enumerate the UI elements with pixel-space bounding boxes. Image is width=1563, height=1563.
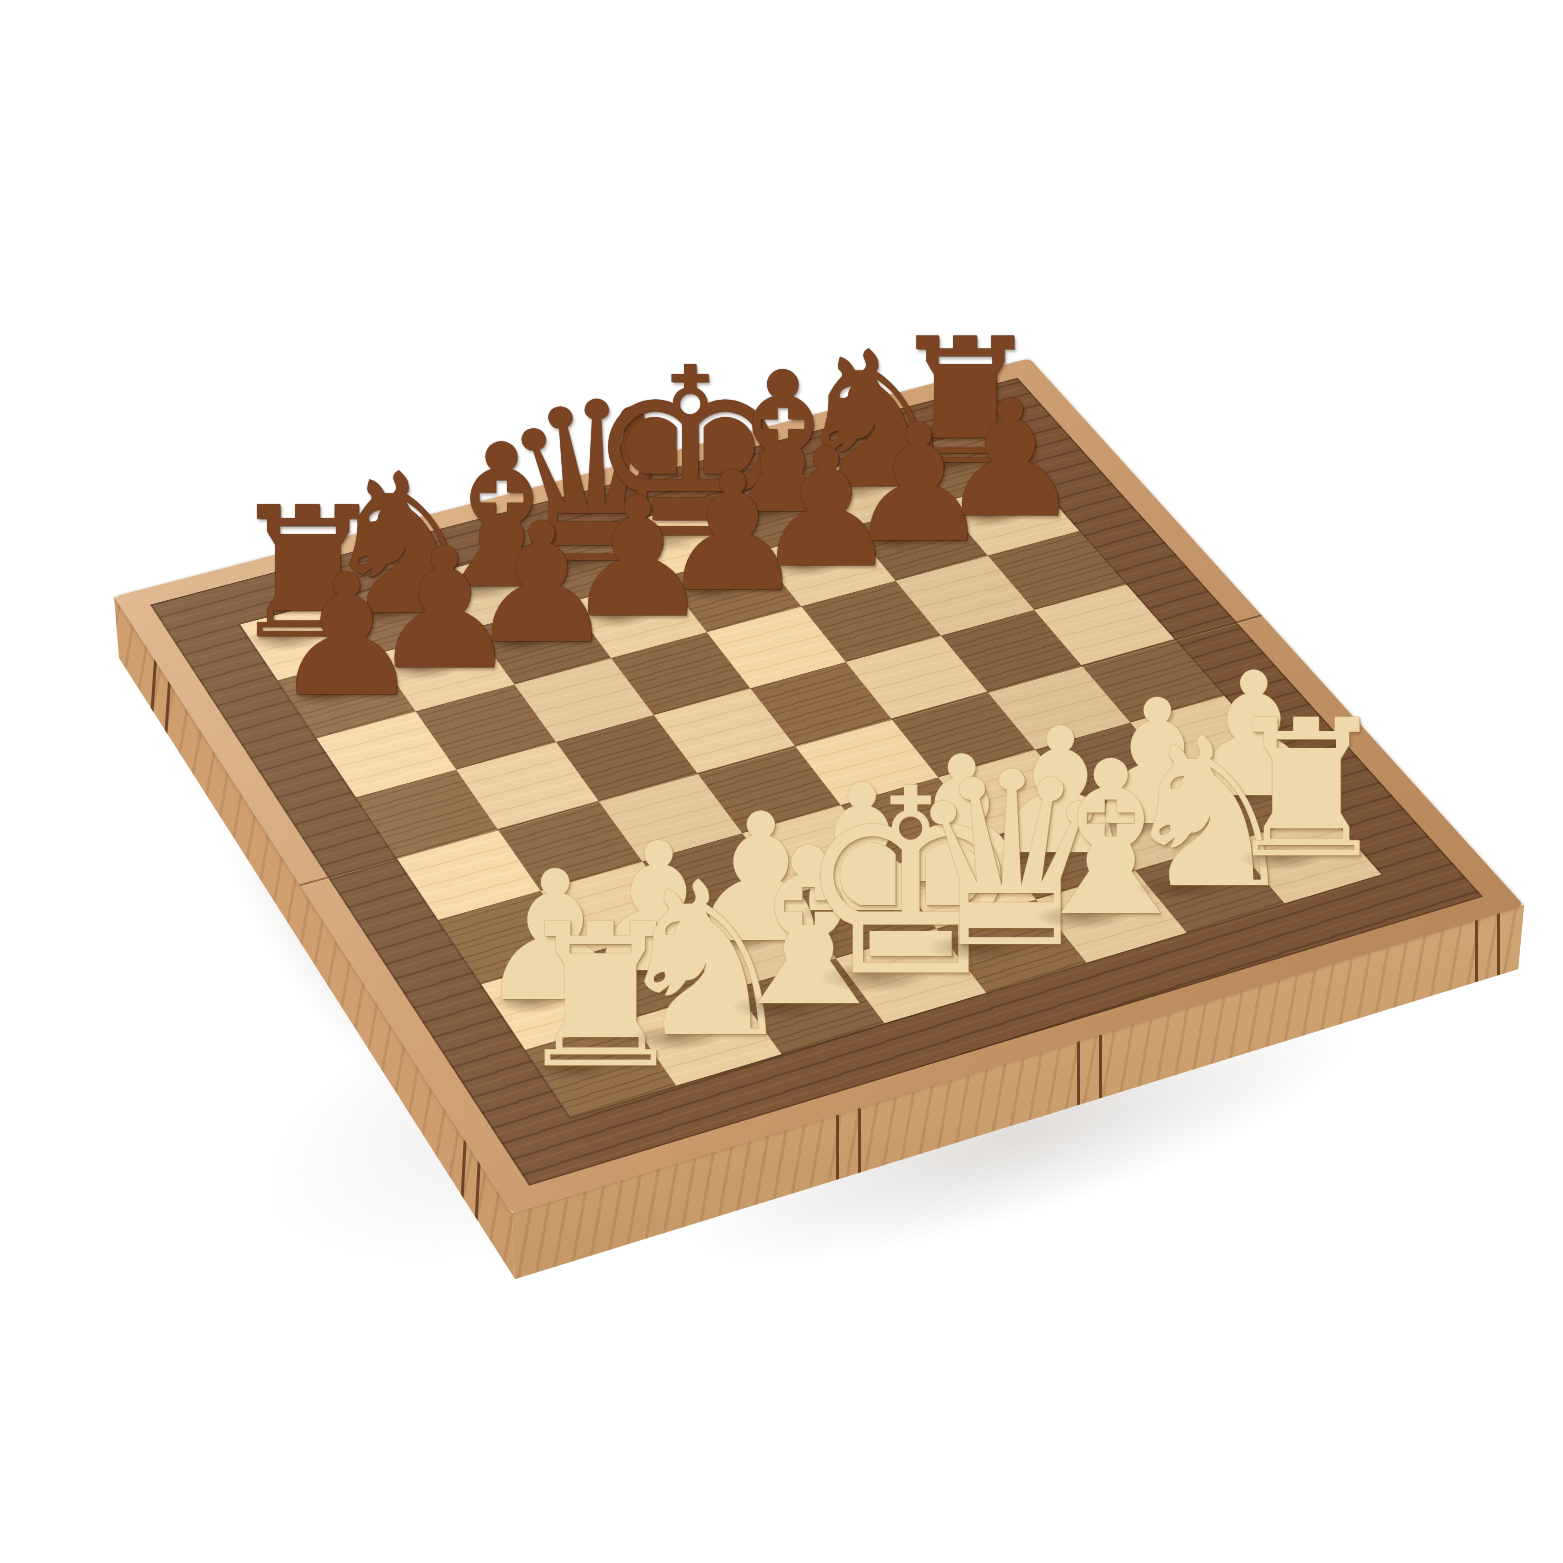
black-pawn[interactable]: ♟ <box>938 378 1083 539</box>
pieces-layer: ♜♞♝♛♚♝♞♜♟♟♟♟♟♟♟♟♟♟♟♟♟♟♟♟♜♞♝♚♛♝♞♜ <box>0 0 1563 1563</box>
white-rook[interactable]: ♜ <box>1221 696 1391 886</box>
photo-stage: ♜♞♝♛♚♝♞♜♟♟♟♟♟♟♟♟♟♟♟♟♟♟♟♟♜♞♝♚♛♝♞♜ <box>0 0 1563 1563</box>
